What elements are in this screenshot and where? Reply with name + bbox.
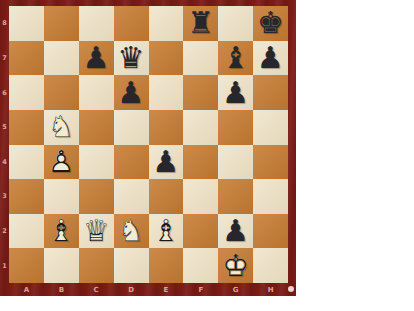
piece-black-pawn[interactable]: ♟ [79,41,114,76]
square-a2[interactable] [9,214,44,249]
square-c6[interactable] [79,75,114,110]
square-h8[interactable]: ♚ [253,6,288,41]
square-b6[interactable] [44,75,79,110]
square-c3[interactable] [79,179,114,214]
square-b5[interactable]: ♞♘ [44,110,79,145]
square-a8[interactable] [9,6,44,41]
square-d1[interactable] [114,248,149,283]
piece-white-pawn[interactable]: ♟♙ [44,145,79,180]
rank-label-6: 6 [0,75,9,110]
file-label-b: B [44,283,79,296]
white-king-outline: ♔ [218,248,253,283]
square-e2[interactable]: ♝♗ [149,214,184,249]
square-g5[interactable] [218,110,253,145]
file-label-h: H [253,283,288,296]
square-c1[interactable] [79,248,114,283]
chess-board: ♜♚♟♛♝♟♟♟♞♘♟♙♟♝♗♛♕♞♘♝♗♟♚♔ 87654321 ABCDEF… [0,0,296,296]
square-h5[interactable] [253,110,288,145]
square-g6[interactable]: ♟ [218,75,253,110]
square-h6[interactable] [253,75,288,110]
square-f3[interactable] [183,179,218,214]
white-pawn-outline: ♙ [44,145,79,180]
square-a5[interactable] [9,110,44,145]
square-f4[interactable] [183,145,218,180]
white-bishop-outline: ♗ [44,214,79,249]
piece-white-king[interactable]: ♚♔ [218,248,253,283]
piece-white-bishop[interactable]: ♝♗ [149,214,184,249]
piece-white-bishop[interactable]: ♝♗ [44,214,79,249]
piece-black-bishop[interactable]: ♝ [218,41,253,76]
square-f1[interactable] [183,248,218,283]
piece-white-knight[interactable]: ♞♘ [44,110,79,145]
side-to-move-indicator [288,286,294,292]
piece-black-pawn[interactable]: ♟ [218,75,253,110]
square-b7[interactable] [44,41,79,76]
square-d3[interactable] [114,179,149,214]
square-f7[interactable] [183,41,218,76]
piece-black-pawn[interactable]: ♟ [218,214,253,249]
piece-black-rook[interactable]: ♜ [183,6,218,41]
rank-label-8: 8 [0,6,9,41]
square-d6[interactable]: ♟ [114,75,149,110]
square-f2[interactable] [183,214,218,249]
square-a4[interactable] [9,145,44,180]
square-b1[interactable] [44,248,79,283]
square-g3[interactable] [218,179,253,214]
square-e8[interactable] [149,6,184,41]
square-c2[interactable]: ♛♕ [79,214,114,249]
square-b4[interactable]: ♟♙ [44,145,79,180]
file-label-d: D [114,283,149,296]
square-a1[interactable] [9,248,44,283]
piece-black-pawn[interactable]: ♟ [114,75,149,110]
file-label-g: G [218,283,253,296]
square-c7[interactable]: ♟ [79,41,114,76]
board-grid: ♜♚♟♛♝♟♟♟♞♘♟♙♟♝♗♛♕♞♘♝♗♟♚♔ [9,6,288,283]
square-g8[interactable] [218,6,253,41]
square-f6[interactable] [183,75,218,110]
rank-label-3: 3 [0,179,9,214]
square-h4[interactable] [253,145,288,180]
rank-label-2: 2 [0,214,9,249]
square-d7[interactable]: ♛ [114,41,149,76]
square-h3[interactable] [253,179,288,214]
square-g1[interactable]: ♚♔ [218,248,253,283]
square-c8[interactable] [79,6,114,41]
file-label-a: A [9,283,44,296]
square-d4[interactable] [114,145,149,180]
square-d8[interactable] [114,6,149,41]
square-g4[interactable] [218,145,253,180]
square-c4[interactable] [79,145,114,180]
square-e6[interactable] [149,75,184,110]
rank-label-7: 7 [0,41,9,76]
square-g2[interactable]: ♟ [218,214,253,249]
square-a3[interactable] [9,179,44,214]
piece-white-queen[interactable]: ♛♕ [79,214,114,249]
square-h2[interactable] [253,214,288,249]
rank-labels: 87654321 [0,6,9,283]
piece-white-knight[interactable]: ♞♘ [114,214,149,249]
file-labels: ABCDEFGH [9,283,288,296]
square-f5[interactable] [183,110,218,145]
piece-black-king[interactable]: ♚ [253,6,288,41]
piece-black-queen[interactable]: ♛ [114,41,149,76]
white-knight-outline: ♘ [114,214,149,249]
square-b8[interactable] [44,6,79,41]
square-e4[interactable]: ♟ [149,145,184,180]
file-label-f: F [183,283,218,296]
square-a7[interactable] [9,41,44,76]
square-a6[interactable] [9,75,44,110]
white-knight-outline: ♘ [44,110,79,145]
square-d5[interactable] [114,110,149,145]
square-b2[interactable]: ♝♗ [44,214,79,249]
square-e3[interactable] [149,179,184,214]
piece-black-pawn[interactable]: ♟ [253,41,288,76]
square-c5[interactable] [79,110,114,145]
square-e7[interactable] [149,41,184,76]
rank-label-5: 5 [0,110,9,145]
page-background: ♜♚♟♛♝♟♟♟♞♘♟♙♟♝♗♛♕♞♘♝♗♟♚♔ 87654321 ABCDEF… [0,0,414,311]
file-label-e: E [149,283,184,296]
square-d2[interactable]: ♞♘ [114,214,149,249]
white-queen-outline: ♕ [79,214,114,249]
rank-label-4: 4 [0,145,9,180]
file-label-c: C [79,283,114,296]
rank-label-1: 1 [0,248,9,283]
square-h1[interactable] [253,248,288,283]
square-g7[interactable]: ♝ [218,41,253,76]
square-e1[interactable] [149,248,184,283]
square-h7[interactable]: ♟ [253,41,288,76]
piece-black-pawn[interactable]: ♟ [149,145,184,180]
square-e5[interactable] [149,110,184,145]
square-f8[interactable]: ♜ [183,6,218,41]
white-bishop-outline: ♗ [149,214,184,249]
square-b3[interactable] [44,179,79,214]
